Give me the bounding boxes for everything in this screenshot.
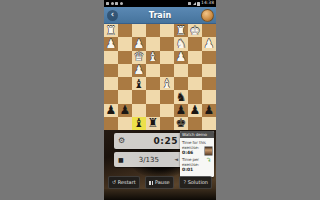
gear-icon[interactable]: ⚙: [118, 137, 125, 145]
tooltip-line: Time for this exercise:: [182, 140, 206, 150]
square-a1[interactable]: [202, 24, 216, 37]
battery-icon: [197, 2, 200, 6]
square-d6[interactable]: [160, 90, 174, 103]
square-c5[interactable]: [174, 77, 188, 90]
solution-label: Solution: [188, 180, 208, 185]
notification-icons: [106, 2, 123, 5]
square-d1[interactable]: [160, 24, 174, 37]
bottom-section: ⚙ 0:25 ■ 3/135 ◄ Watch demo Time for thi…: [104, 130, 216, 200]
square-d8[interactable]: [160, 117, 174, 130]
square-a6[interactable]: [202, 90, 216, 103]
black-pawn: ♟: [204, 104, 215, 116]
black-king: ♚: [176, 117, 187, 129]
square-e2[interactable]: [146, 37, 160, 50]
app-screen: 14:38 ‹ Train ♜♜♚♟♟♞♟♛♝♟♟♝♝♞♟♟♟♟♟♝♜♚ ⚙ 0…: [104, 0, 216, 200]
square-h1[interactable]: ♜: [104, 24, 118, 37]
square-e6[interactable]: [146, 90, 160, 103]
black-pawn: ♟: [120, 104, 131, 116]
solution-icon: ?: [183, 180, 186, 185]
square-h8[interactable]: [104, 117, 118, 130]
square-b2[interactable]: [188, 37, 202, 50]
square-a8[interactable]: [202, 117, 216, 130]
square-a2[interactable]: ♟: [202, 37, 216, 50]
square-g3[interactable]: [118, 51, 132, 64]
square-g8[interactable]: [118, 117, 132, 130]
signal-icon: [193, 2, 196, 5]
white-pawn: ♟: [106, 37, 117, 49]
pause-button[interactable]: Pause: [145, 176, 173, 189]
square-a5[interactable]: [202, 77, 216, 90]
square-g7[interactable]: ♟: [118, 104, 132, 117]
square-h7[interactable]: ♟: [104, 104, 118, 117]
square-d7[interactable]: [160, 104, 174, 117]
white-rook: ♜: [176, 24, 187, 36]
square-f5[interactable]: ♝: [132, 77, 146, 90]
square-d4[interactable]: [160, 64, 174, 77]
square-g5[interactable]: [118, 77, 132, 90]
black-pawn: ♟: [190, 104, 201, 116]
notification-icon: [115, 2, 118, 5]
square-h2[interactable]: ♟: [104, 37, 118, 50]
square-h4[interactable]: [104, 64, 118, 77]
tooltip-value: 0:01: [182, 167, 212, 173]
square-a3[interactable]: [202, 51, 216, 64]
stop-icon[interactable]: ■: [118, 157, 124, 163]
square-g2[interactable]: [118, 37, 132, 50]
white-rook: ♜: [106, 24, 117, 36]
system-status-icons: 14:38: [188, 1, 214, 6]
back-button[interactable]: ‹: [107, 10, 118, 21]
square-f2[interactable]: ♟: [132, 37, 146, 50]
avatar[interactable]: [201, 9, 214, 22]
square-b6[interactable]: [188, 90, 202, 103]
white-king: ♚: [190, 24, 201, 36]
square-a4[interactable]: [202, 64, 216, 77]
solution-button[interactable]: ? Solution: [179, 176, 212, 189]
square-b8[interactable]: [188, 117, 202, 130]
square-c2[interactable]: ♞: [174, 37, 188, 50]
white-queen: ♛: [134, 51, 145, 63]
progress-panel: ■ 3/135 ◄: [114, 152, 182, 167]
square-e4[interactable]: [146, 64, 160, 77]
exercise-progress: 3/135: [139, 156, 159, 164]
notification-icon: [106, 2, 109, 5]
square-a7[interactable]: ♟: [202, 104, 216, 117]
restart-icon: ↺: [112, 180, 116, 185]
black-rook: ♜: [148, 117, 159, 129]
square-e5[interactable]: [146, 77, 160, 90]
timer-panel: ⚙ 0:25: [114, 133, 182, 149]
square-c6[interactable]: ♞: [174, 90, 188, 103]
white-pawn: ♟: [134, 37, 145, 49]
square-b7[interactable]: ♟: [188, 104, 202, 117]
tooltip-title: Watch demo: [180, 131, 214, 138]
square-d5[interactable]: ♝: [160, 77, 174, 90]
white-knight: ♞: [176, 37, 187, 49]
status-bar: 14:38: [104, 0, 216, 7]
clock-text: 14:38: [201, 1, 214, 6]
pause-icon: [149, 181, 153, 185]
white-pawn: ♟: [204, 37, 215, 49]
white-bishop: ♝: [148, 51, 159, 63]
square-g1[interactable]: [118, 24, 132, 37]
speaker-icon[interactable]: ◄: [174, 157, 178, 162]
app-header: ‹ Train: [104, 7, 216, 24]
square-h5[interactable]: [104, 77, 118, 90]
square-d3[interactable]: [160, 51, 174, 64]
background-photo-table-edge: [104, 189, 216, 200]
page-title: Train: [104, 11, 216, 20]
square-e8[interactable]: ♜: [146, 117, 160, 130]
square-e7[interactable]: [146, 104, 160, 117]
tooltip-body: Time for this exercise: 0:46 Time per ex…: [180, 138, 214, 174]
square-e3[interactable]: ♝: [146, 51, 160, 64]
back-icon: ‹: [111, 11, 114, 19]
square-f8[interactable]: ♝: [132, 117, 146, 130]
watch-demo-tooltip: Watch demo Time for this exercise: 0:46 …: [180, 131, 214, 177]
black-pawn: ♟: [106, 104, 117, 116]
chess-board: ♜♜♚♟♟♞♟♛♝♟♟♝♝♞♟♟♟♟♟♝♜♚: [104, 24, 216, 130]
square-d2[interactable]: [160, 37, 174, 50]
restart-label: Restart: [118, 180, 136, 185]
bottom-toolbar: ↺ Restart Pause ? Solution: [104, 176, 216, 189]
square-f3[interactable]: ♛: [132, 51, 146, 64]
black-knight: ♞: [176, 90, 187, 102]
square-b5[interactable]: [188, 77, 202, 90]
square-f7[interactable]: [132, 104, 146, 117]
square-g4[interactable]: [118, 64, 132, 77]
square-f1[interactable]: [132, 24, 146, 37]
square-c7[interactable]: ♟: [174, 104, 188, 117]
white-pawn: ♟: [176, 51, 187, 63]
square-c1[interactable]: ♜: [174, 24, 188, 37]
green-arrow-icon: ↷: [205, 156, 213, 164]
restart-button[interactable]: ↺ Restart: [108, 176, 140, 189]
square-h3[interactable]: [104, 51, 118, 64]
square-b3[interactable]: [188, 51, 202, 64]
square-f4[interactable]: ♟: [132, 64, 146, 77]
square-c8[interactable]: ♚: [174, 117, 188, 130]
square-h6[interactable]: [104, 90, 118, 103]
square-e1[interactable]: [146, 24, 160, 37]
square-f6[interactable]: [132, 90, 146, 103]
white-pawn: ♟: [134, 64, 145, 76]
black-bishop: ♝: [134, 117, 145, 129]
square-c3[interactable]: ♟: [174, 51, 188, 64]
alarm-icon: [188, 2, 191, 5]
tooltip-line: Time per exercise:: [182, 157, 206, 167]
pause-label: Pause: [155, 180, 170, 185]
notification-icon: [120, 2, 123, 5]
black-bishop: ♝: [134, 77, 145, 89]
exercise-timer: 0:25: [154, 136, 178, 146]
square-b4[interactable]: [188, 64, 202, 77]
square-c4[interactable]: [174, 64, 188, 77]
square-g6[interactable]: [118, 90, 132, 103]
notification-icon: [111, 2, 114, 5]
white-bishop: ♝: [162, 77, 173, 89]
black-pawn: ♟: [176, 104, 187, 116]
square-b1[interactable]: ♚: [188, 24, 202, 37]
